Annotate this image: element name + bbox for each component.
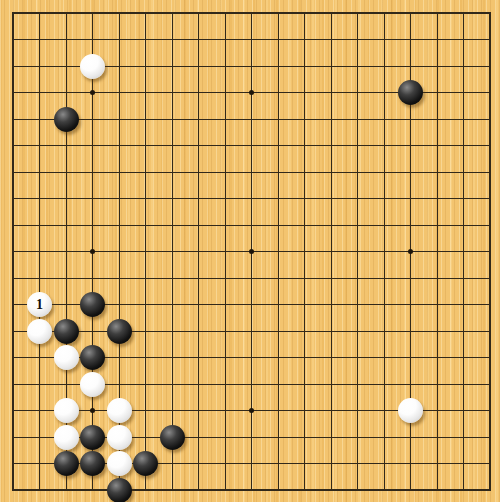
black-stone[interactable]: [54, 107, 79, 132]
star-point: [408, 249, 413, 254]
black-stone[interactable]: [80, 451, 105, 476]
white-stone[interactable]: [107, 425, 132, 450]
white-stone[interactable]: [54, 345, 79, 370]
white-stone[interactable]: [54, 398, 79, 423]
black-stone[interactable]: [54, 319, 79, 344]
white-stone[interactable]: 1: [27, 292, 52, 317]
star-point: [249, 90, 254, 95]
move-number-label: 1: [36, 298, 43, 312]
black-stone[interactable]: [80, 425, 105, 450]
white-stone[interactable]: [27, 319, 52, 344]
board-grid: 1: [0, 0, 500, 502]
black-stone[interactable]: [80, 345, 105, 370]
black-stone[interactable]: [54, 451, 79, 476]
black-stone[interactable]: [80, 292, 105, 317]
black-stone[interactable]: [107, 319, 132, 344]
white-stone[interactable]: [398, 398, 423, 423]
white-stone[interactable]: [107, 451, 132, 476]
black-stone[interactable]: [107, 478, 132, 502]
star-point: [90, 249, 95, 254]
star-point: [249, 249, 254, 254]
white-stone[interactable]: [80, 372, 105, 397]
white-stone[interactable]: [80, 54, 105, 79]
black-stone[interactable]: [398, 80, 423, 105]
black-stone[interactable]: [160, 425, 185, 450]
black-stone[interactable]: [133, 451, 158, 476]
star-point: [90, 90, 95, 95]
white-stone[interactable]: [107, 398, 132, 423]
star-point: [249, 408, 254, 413]
white-stone[interactable]: [54, 425, 79, 450]
go-board[interactable]: 1: [0, 0, 500, 502]
star-point: [90, 408, 95, 413]
